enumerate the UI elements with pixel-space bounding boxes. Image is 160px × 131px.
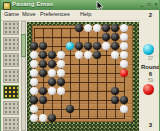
top-score: 2: [140, 12, 160, 18]
white-token[interactable]: [102, 42, 110, 50]
white-token[interactable]: [111, 51, 119, 59]
pattern-thumbnail-2[interactable]: [3, 37, 19, 51]
menu-help[interactable]: Help: [80, 11, 91, 17]
black-token[interactable]: [102, 24, 110, 32]
black-token[interactable]: [111, 96, 119, 104]
minimize-button[interactable]: _: [139, 1, 145, 8]
black-token[interactable]: [39, 69, 47, 77]
white-token[interactable]: [30, 51, 38, 59]
white-token[interactable]: [30, 114, 38, 122]
round-value: 6: [140, 71, 160, 77]
white-token[interactable]: [57, 51, 65, 59]
black-token[interactable]: [111, 24, 119, 32]
white-token[interactable]: [120, 24, 128, 32]
black-token[interactable]: [120, 96, 128, 104]
black-token[interactable]: [48, 51, 56, 59]
pattern-thumbnail-1[interactable]: [3, 21, 19, 35]
white-token[interactable]: [48, 69, 56, 77]
round-label: Round: [140, 64, 160, 70]
black-token[interactable]: [39, 60, 47, 68]
white-token[interactable]: [30, 69, 38, 77]
blue-kas-indicator: [143, 44, 154, 55]
black-token[interactable]: [102, 33, 110, 41]
white-token[interactable]: [75, 51, 83, 59]
black-token[interactable]: [30, 96, 38, 104]
white-token[interactable]: [84, 24, 92, 32]
white-token[interactable]: [30, 87, 38, 95]
white-token[interactable]: [120, 51, 128, 59]
menubar: GameMovePreferencesHelp: [1, 10, 160, 21]
white-token[interactable]: [84, 51, 92, 59]
menu-game[interactable]: Game: [4, 11, 19, 17]
black-token[interactable]: [111, 42, 119, 50]
black-token[interactable]: [48, 78, 56, 86]
black-token[interactable]: [39, 51, 47, 59]
pattern-thumbnail-7[interactable]: [3, 117, 19, 131]
grid-hline: [34, 109, 125, 110]
red-small-number: 59: [140, 78, 160, 83]
white-token[interactable]: [57, 69, 65, 77]
close-button[interactable]: ×: [153, 1, 159, 8]
black-token[interactable]: [66, 105, 74, 113]
window-title: Pasang Emas: [12, 1, 53, 7]
black-token[interactable]: [39, 42, 47, 50]
blue-small-number: 37: [140, 56, 160, 61]
maximize-button[interactable]: □: [146, 1, 152, 8]
app-window: Pasang Emas _ □ × GameMovePreferencesHel…: [0, 0, 160, 131]
black-token[interactable]: [57, 78, 65, 86]
menu-move[interactable]: Move: [22, 11, 35, 17]
black-token[interactable]: [93, 51, 101, 59]
pattern-thumbnail-4[interactable]: [3, 69, 19, 83]
game-board[interactable]: [32, 25, 133, 122]
white-token[interactable]: [30, 78, 38, 86]
white-token[interactable]: [57, 87, 65, 95]
white-token[interactable]: [48, 87, 56, 95]
black-token[interactable]: [48, 114, 56, 122]
window-icon: [3, 2, 11, 10]
mouse-cursor: [96, 1, 104, 12]
menu-preferences[interactable]: Preferences: [40, 11, 70, 17]
pattern-thumbnail-3[interactable]: [3, 53, 19, 67]
red-kas-indicator: [143, 84, 154, 95]
black-token[interactable]: [30, 42, 38, 50]
white-token[interactable]: [120, 105, 128, 113]
black-token[interactable]: [111, 87, 119, 95]
black-token[interactable]: [93, 42, 101, 50]
black-token[interactable]: [39, 96, 47, 104]
blue-kas[interactable]: [66, 42, 74, 50]
white-token[interactable]: [120, 42, 128, 50]
white-token[interactable]: [30, 105, 38, 113]
white-token[interactable]: [30, 60, 38, 68]
titlebar[interactable]: Pasang Emas _ □ ×: [1, 0, 160, 10]
black-token[interactable]: [75, 42, 83, 50]
white-token[interactable]: [39, 114, 47, 122]
black-token[interactable]: [111, 33, 119, 41]
white-token[interactable]: [120, 60, 128, 68]
pattern-thumbnail-5-selected[interactable]: [3, 85, 19, 99]
black-token[interactable]: [84, 42, 92, 50]
bottom-score: 3: [140, 122, 160, 128]
black-token[interactable]: [39, 87, 47, 95]
white-token[interactable]: [120, 33, 128, 41]
black-token[interactable]: [75, 24, 83, 32]
pattern-thumbnail-6[interactable]: [3, 101, 19, 115]
white-token[interactable]: [57, 60, 65, 68]
red-kas[interactable]: [120, 69, 128, 77]
sidebar-scrollbar-thumb[interactable]: [21, 34, 26, 57]
black-token[interactable]: [48, 60, 56, 68]
white-token[interactable]: [93, 24, 101, 32]
